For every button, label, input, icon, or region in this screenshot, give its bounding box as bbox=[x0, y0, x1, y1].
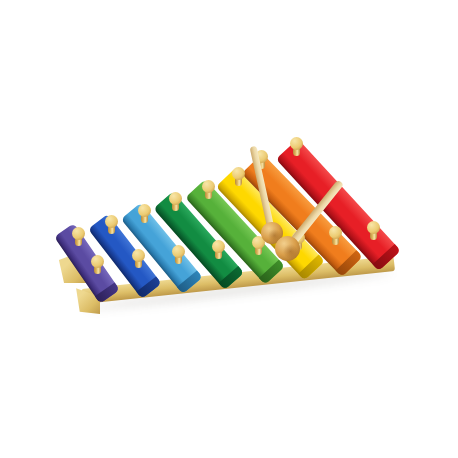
peg-orange-bottom-head bbox=[329, 226, 342, 239]
peg-dark-green-bottom bbox=[212, 240, 226, 259]
peg-light-green-top bbox=[201, 180, 215, 199]
peg-light-blue-top bbox=[137, 204, 151, 223]
peg-blue-bottom-head bbox=[132, 249, 145, 262]
peg-dark-green-bottom-head bbox=[212, 240, 225, 253]
peg-dark-green-top-head bbox=[169, 192, 182, 205]
peg-purple-top bbox=[72, 227, 86, 246]
peg-red-bottom bbox=[367, 221, 381, 240]
peg-yellow-top-head bbox=[232, 167, 245, 180]
peg-blue-top bbox=[105, 215, 119, 234]
peg-purple-bottom bbox=[90, 255, 104, 274]
peg-light-blue-bottom bbox=[171, 245, 185, 264]
peg-red-bottom-head bbox=[367, 221, 380, 234]
peg-red-top-head bbox=[290, 137, 303, 150]
peg-dark-green-top bbox=[169, 192, 183, 211]
peg-light-green-top-head bbox=[202, 180, 215, 193]
xylophone bbox=[0, 0, 458, 458]
peg-red-top bbox=[290, 137, 304, 156]
peg-light-blue-bottom-head bbox=[172, 245, 185, 258]
peg-yellow-top bbox=[232, 167, 246, 186]
peg-blue-bottom bbox=[131, 249, 145, 268]
product-photo bbox=[0, 0, 458, 458]
peg-purple-bottom-head bbox=[91, 255, 104, 268]
peg-purple-top-head bbox=[72, 227, 85, 240]
peg-orange-bottom bbox=[328, 226, 342, 245]
mallet-right-ball bbox=[275, 236, 300, 261]
peg-light-blue-top-head bbox=[138, 204, 151, 217]
peg-blue-top-head bbox=[105, 215, 118, 228]
